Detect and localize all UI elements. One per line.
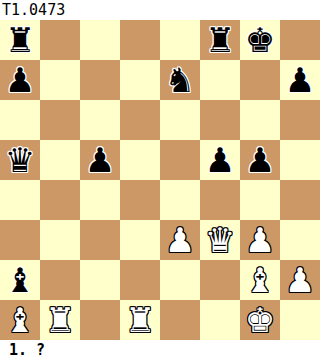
black-rook-f8: ♜ [205,20,235,60]
puzzle-id: T1.0473 [2,0,65,20]
black-rook-a8: ♜ [5,20,35,60]
square-h2[interactable]: ♟ [280,260,320,300]
black-queen-a5: ♛ [5,140,35,180]
square-g4[interactable] [240,180,280,220]
black-pawn-g5: ♟ [245,140,275,180]
square-a5[interactable]: ♛ [0,140,40,180]
white-rook-b1: ♜ [45,300,75,340]
square-e2[interactable] [160,260,200,300]
black-pawn-h7: ♟ [285,60,315,100]
square-a8[interactable]: ♜ [0,20,40,60]
white-rook-d1: ♜ [125,300,155,340]
white-pawn-h2: ♟ [285,260,315,300]
puzzle-id-header: T1.0473 [0,0,320,20]
square-a4[interactable] [0,180,40,220]
square-g8[interactable]: ♚ [240,20,280,60]
square-a6[interactable] [0,100,40,140]
square-g3[interactable]: ♟ [240,220,280,260]
square-c1[interactable] [80,300,120,340]
square-g6[interactable] [240,100,280,140]
black-bishop-a2: ♝ [5,260,35,300]
square-b8[interactable] [40,20,80,60]
white-bishop-a1: ♝ [5,300,35,340]
square-e3[interactable]: ♟ [160,220,200,260]
square-h6[interactable] [280,100,320,140]
square-d3[interactable] [120,220,160,260]
black-knight-e7: ♞ [165,60,195,100]
square-a7[interactable]: ♟ [0,60,40,100]
square-c6[interactable] [80,100,120,140]
square-f3[interactable]: ♛ [200,220,240,260]
square-d1[interactable]: ♜ [120,300,160,340]
square-c8[interactable] [80,20,120,60]
square-f4[interactable] [200,180,240,220]
square-d7[interactable] [120,60,160,100]
square-g7[interactable] [240,60,280,100]
square-g5[interactable]: ♟ [240,140,280,180]
white-queen-f3: ♛ [205,220,235,260]
square-e1[interactable] [160,300,200,340]
white-king-g1: ♚ [245,300,275,340]
square-c5[interactable]: ♟ [80,140,120,180]
white-pawn-e3: ♟ [165,220,195,260]
square-h8[interactable] [280,20,320,60]
square-b3[interactable] [40,220,80,260]
square-d8[interactable] [120,20,160,60]
square-h5[interactable] [280,140,320,180]
square-g2[interactable]: ♝ [240,260,280,300]
square-c7[interactable] [80,60,120,100]
black-pawn-a7: ♟ [5,60,35,100]
square-b5[interactable] [40,140,80,180]
square-f6[interactable] [200,100,240,140]
square-c4[interactable] [80,180,120,220]
white-pawn-g3: ♟ [245,220,275,260]
square-e7[interactable]: ♞ [160,60,200,100]
square-d6[interactable] [120,100,160,140]
black-pawn-c5: ♟ [85,140,115,180]
black-king-g8: ♚ [245,20,275,60]
square-g1[interactable]: ♚ [240,300,280,340]
square-e8[interactable] [160,20,200,60]
move-prompt-bar: 1. ? [0,340,320,360]
square-d5[interactable] [120,140,160,180]
square-d4[interactable] [120,180,160,220]
square-d2[interactable] [120,260,160,300]
square-a1[interactable]: ♝ [0,300,40,340]
move-prompt: 1. ? [9,340,45,360]
square-f5[interactable]: ♟ [200,140,240,180]
square-e6[interactable] [160,100,200,140]
square-h4[interactable] [280,180,320,220]
square-a2[interactable]: ♝ [0,260,40,300]
chess-board: ♜♜♚♟♞♟♛♟♟♟♟♛♟♝♝♟♝♜♜♚ [0,20,320,340]
square-f2[interactable] [200,260,240,300]
black-pawn-f5: ♟ [205,140,235,180]
square-e4[interactable] [160,180,200,220]
square-f8[interactable]: ♜ [200,20,240,60]
white-bishop-g2: ♝ [245,260,275,300]
square-h7[interactable]: ♟ [280,60,320,100]
square-c2[interactable] [80,260,120,300]
square-b7[interactable] [40,60,80,100]
square-c3[interactable] [80,220,120,260]
square-b6[interactable] [40,100,80,140]
square-f7[interactable] [200,60,240,100]
square-b4[interactable] [40,180,80,220]
square-a3[interactable] [0,220,40,260]
square-e5[interactable] [160,140,200,180]
square-h1[interactable] [280,300,320,340]
square-h3[interactable] [280,220,320,260]
square-f1[interactable] [200,300,240,340]
square-b1[interactable]: ♜ [40,300,80,340]
square-b2[interactable] [40,260,80,300]
